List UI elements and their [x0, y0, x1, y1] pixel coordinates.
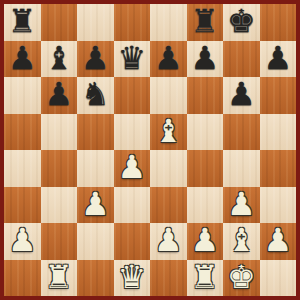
- piece-black-pawn[interactable]: ♟: [81, 42, 110, 74]
- square-a5[interactable]: [4, 114, 41, 151]
- square-c5[interactable]: [77, 114, 114, 151]
- square-c3[interactable]: ♟: [77, 187, 114, 224]
- square-e6[interactable]: [150, 77, 187, 114]
- square-h5[interactable]: [260, 114, 297, 151]
- square-e8[interactable]: [150, 4, 187, 41]
- square-d8[interactable]: [114, 4, 151, 41]
- piece-white-rook[interactable]: ♜: [44, 261, 73, 293]
- square-b6[interactable]: ♟: [41, 77, 78, 114]
- piece-black-pawn[interactable]: ♟: [190, 42, 219, 74]
- piece-white-pawn[interactable]: ♟: [190, 224, 219, 256]
- square-d1[interactable]: ♛: [114, 260, 151, 297]
- square-h7[interactable]: ♟: [260, 41, 297, 78]
- square-c4[interactable]: [77, 150, 114, 187]
- square-d7[interactable]: ♛: [114, 41, 151, 78]
- square-a4[interactable]: [4, 150, 41, 187]
- square-f2[interactable]: ♟: [187, 223, 224, 260]
- square-a8[interactable]: ♜: [4, 4, 41, 41]
- square-a7[interactable]: ♟: [4, 41, 41, 78]
- square-h4[interactable]: [260, 150, 297, 187]
- square-g8[interactable]: ♚: [223, 4, 260, 41]
- square-g2[interactable]: ♝: [223, 223, 260, 260]
- piece-black-rook[interactable]: ♜: [190, 5, 219, 37]
- piece-black-pawn[interactable]: ♟: [263, 42, 292, 74]
- square-a2[interactable]: ♟: [4, 223, 41, 260]
- square-h6[interactable]: [260, 77, 297, 114]
- square-a3[interactable]: [4, 187, 41, 224]
- piece-black-king[interactable]: ♚: [227, 5, 256, 37]
- square-e3[interactable]: [150, 187, 187, 224]
- square-h2[interactable]: ♟: [260, 223, 297, 260]
- square-e2[interactable]: ♟: [150, 223, 187, 260]
- square-b3[interactable]: [41, 187, 78, 224]
- square-b7[interactable]: ♝: [41, 41, 78, 78]
- square-b5[interactable]: [41, 114, 78, 151]
- piece-black-pawn[interactable]: ♟: [8, 42, 37, 74]
- square-c2[interactable]: [77, 223, 114, 260]
- square-d6[interactable]: [114, 77, 151, 114]
- square-g1[interactable]: ♚: [223, 260, 260, 297]
- square-f8[interactable]: ♜: [187, 4, 224, 41]
- square-g5[interactable]: [223, 114, 260, 151]
- square-f5[interactable]: [187, 114, 224, 151]
- square-f6[interactable]: [187, 77, 224, 114]
- piece-black-queen[interactable]: ♛: [117, 42, 146, 74]
- square-b2[interactable]: [41, 223, 78, 260]
- square-g7[interactable]: [223, 41, 260, 78]
- square-g3[interactable]: ♟: [223, 187, 260, 224]
- square-d4[interactable]: ♟: [114, 150, 151, 187]
- square-b4[interactable]: [41, 150, 78, 187]
- piece-black-bishop[interactable]: ♝: [44, 42, 73, 74]
- square-h1[interactable]: [260, 260, 297, 297]
- square-d3[interactable]: [114, 187, 151, 224]
- square-d5[interactable]: [114, 114, 151, 151]
- square-f1[interactable]: ♜: [187, 260, 224, 297]
- square-c8[interactable]: [77, 4, 114, 41]
- square-b8[interactable]: [41, 4, 78, 41]
- square-b1[interactable]: ♜: [41, 260, 78, 297]
- chess-board: ♜♜♚♟♝♟♛♟♟♟♟♞♟♝♟♟♟♟♟♟♝♟♜♛♜♚: [0, 0, 300, 300]
- chess-board-window: ♜♜♚♟♝♟♛♟♟♟♟♞♟♝♟♟♟♟♟♟♝♟♜♛♜♚: [0, 0, 300, 300]
- square-a6[interactable]: [4, 77, 41, 114]
- square-h8[interactable]: [260, 4, 297, 41]
- square-g6[interactable]: ♟: [223, 77, 260, 114]
- piece-white-bishop[interactable]: ♝: [227, 224, 256, 256]
- square-e4[interactable]: [150, 150, 187, 187]
- square-e1[interactable]: [150, 260, 187, 297]
- piece-white-pawn[interactable]: ♟: [263, 224, 292, 256]
- square-f7[interactable]: ♟: [187, 41, 224, 78]
- square-e5[interactable]: ♝: [150, 114, 187, 151]
- piece-white-rook[interactable]: ♜: [190, 261, 219, 293]
- square-a1[interactable]: [4, 260, 41, 297]
- square-c7[interactable]: ♟: [77, 41, 114, 78]
- square-c6[interactable]: ♞: [77, 77, 114, 114]
- piece-white-bishop[interactable]: ♝: [154, 115, 183, 147]
- piece-black-rook[interactable]: ♜: [8, 5, 37, 37]
- piece-white-pawn[interactable]: ♟: [117, 151, 146, 183]
- square-c1[interactable]: [77, 260, 114, 297]
- piece-black-pawn[interactable]: ♟: [227, 78, 256, 110]
- piece-white-pawn[interactable]: ♟: [154, 224, 183, 256]
- piece-white-queen[interactable]: ♛: [117, 261, 146, 293]
- piece-white-pawn[interactable]: ♟: [227, 188, 256, 220]
- square-h3[interactable]: [260, 187, 297, 224]
- piece-black-pawn[interactable]: ♟: [44, 78, 73, 110]
- piece-white-pawn[interactable]: ♟: [81, 188, 110, 220]
- piece-white-pawn[interactable]: ♟: [8, 224, 37, 256]
- piece-black-knight[interactable]: ♞: [81, 78, 110, 110]
- piece-black-pawn[interactable]: ♟: [154, 42, 183, 74]
- square-g4[interactable]: [223, 150, 260, 187]
- square-f4[interactable]: [187, 150, 224, 187]
- square-d2[interactable]: [114, 223, 151, 260]
- square-f3[interactable]: [187, 187, 224, 224]
- piece-white-king[interactable]: ♚: [227, 261, 256, 293]
- square-e7[interactable]: ♟: [150, 41, 187, 78]
